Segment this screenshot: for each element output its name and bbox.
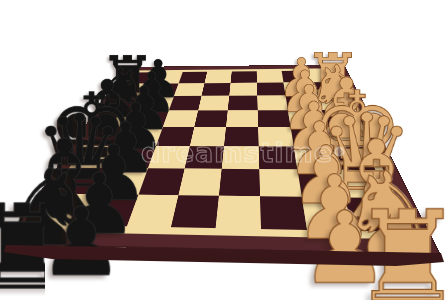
square-a5 (171, 195, 219, 228)
square-e4 (226, 110, 258, 127)
square-a2: ♟ (302, 197, 354, 231)
square-g4 (229, 83, 257, 96)
square-f4 (228, 96, 258, 111)
square-a4 (216, 196, 261, 229)
square-h4 (231, 71, 257, 83)
square-a1: ♜ (344, 197, 402, 231)
square-b5 (178, 169, 221, 196)
square-f5 (198, 96, 229, 111)
chessboard-photo: ♜♟♟♜♞♟♟♞♝♟♟♝♚♟♟♚♛♟♟♛♝♟♟♝♞♟♟♞♜♟♟♜ dreamst… (0, 0, 446, 300)
watermark-word: dreamstime (141, 137, 333, 168)
square-b4 (219, 169, 260, 196)
square-e5 (194, 110, 227, 127)
black-rook-glyph: ♜ (0, 189, 75, 300)
white-rook-glyph: ♜ (351, 193, 446, 300)
watermark-text: dreamstime® (141, 137, 347, 168)
registered-mark-icon: ® (333, 144, 347, 159)
square-h6 (179, 72, 207, 84)
square-h5 (204, 72, 231, 84)
square-g5 (202, 83, 231, 96)
